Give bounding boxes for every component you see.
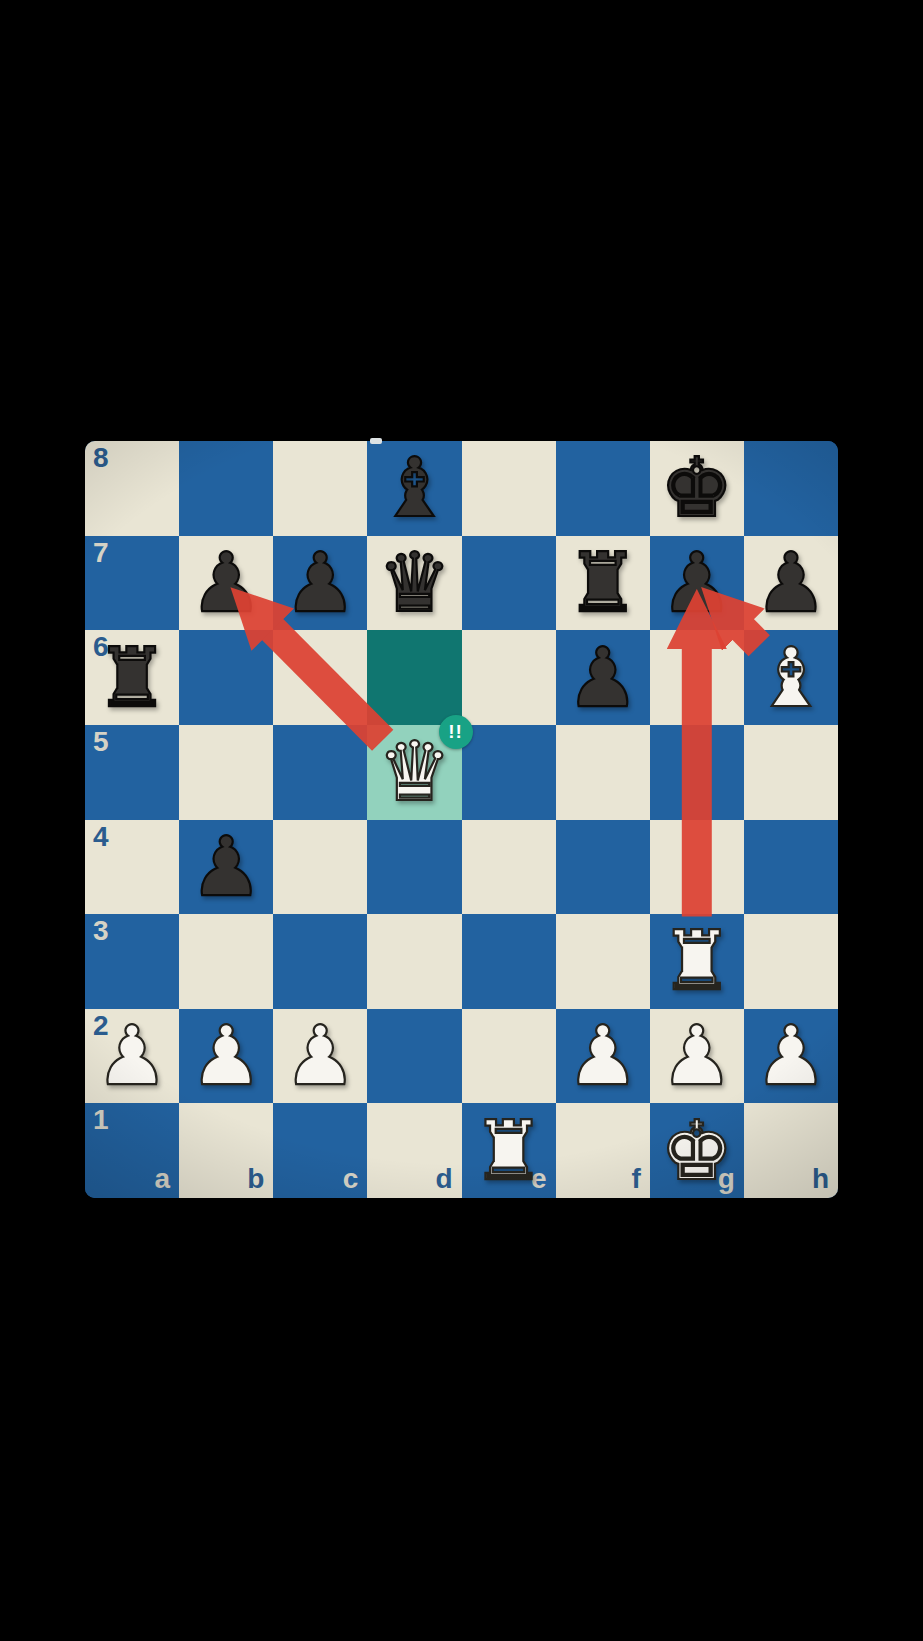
square-c4[interactable] xyxy=(273,820,367,915)
square-h5[interactable] xyxy=(744,725,838,820)
square-g6[interactable] xyxy=(650,630,744,725)
white-rook[interactable]: ♜ xyxy=(650,914,744,1009)
white-pawn[interactable]: ♟ xyxy=(273,1009,367,1104)
board-grid: 8♝♚7♟♟♛♜♟♟6♜♟♝5♛4♟3♜2♟♟♟♟♟♟1abcde♜fg♚h xyxy=(85,441,838,1198)
square-e1[interactable]: e♜ xyxy=(462,1103,556,1198)
app-background: 8♝♚7♟♟♛♜♟♟6♜♟♝5♛4♟3♜2♟♟♟♟♟♟1abcde♜fg♚h !… xyxy=(0,0,923,1641)
black-pawn[interactable]: ♟ xyxy=(179,820,273,915)
square-c1[interactable]: c xyxy=(273,1103,367,1198)
white-pawn[interactable]: ♟ xyxy=(650,1009,744,1104)
square-a1[interactable]: 1a xyxy=(85,1103,179,1198)
cropped-ui-fragment xyxy=(370,438,382,444)
square-b6[interactable] xyxy=(179,630,273,725)
file-label-h: h xyxy=(812,1165,829,1193)
square-b5[interactable] xyxy=(179,725,273,820)
square-h2[interactable]: ♟ xyxy=(744,1009,838,1104)
white-king[interactable]: ♚ xyxy=(650,1103,744,1198)
square-g8[interactable]: ♚ xyxy=(650,441,744,536)
white-rook[interactable]: ♜ xyxy=(462,1103,556,1198)
white-bishop[interactable]: ♝ xyxy=(744,630,838,725)
square-c7[interactable]: ♟ xyxy=(273,536,367,631)
square-f2[interactable]: ♟ xyxy=(556,1009,650,1104)
black-king[interactable]: ♚ xyxy=(650,441,744,536)
square-b8[interactable] xyxy=(179,441,273,536)
square-h3[interactable] xyxy=(744,914,838,1009)
square-b4[interactable]: ♟ xyxy=(179,820,273,915)
square-a2[interactable]: 2♟ xyxy=(85,1009,179,1104)
square-d2[interactable] xyxy=(367,1009,461,1104)
square-f3[interactable] xyxy=(556,914,650,1009)
chess-board[interactable]: 8♝♚7♟♟♛♜♟♟6♜♟♝5♛4♟3♜2♟♟♟♟♟♟1abcde♜fg♚h !… xyxy=(85,441,838,1198)
square-f6[interactable]: ♟ xyxy=(556,630,650,725)
square-e6[interactable] xyxy=(462,630,556,725)
square-c5[interactable] xyxy=(273,725,367,820)
square-d7[interactable]: ♛ xyxy=(367,536,461,631)
square-e4[interactable] xyxy=(462,820,556,915)
file-label-b: b xyxy=(247,1165,264,1193)
square-h8[interactable] xyxy=(744,441,838,536)
square-b7[interactable]: ♟ xyxy=(179,536,273,631)
file-label-c: c xyxy=(343,1165,359,1193)
square-f5[interactable] xyxy=(556,725,650,820)
black-pawn[interactable]: ♟ xyxy=(273,536,367,631)
black-queen[interactable]: ♛ xyxy=(367,536,461,631)
square-f1[interactable]: f xyxy=(556,1103,650,1198)
square-d6[interactable] xyxy=(367,630,461,725)
square-e8[interactable] xyxy=(462,441,556,536)
square-a6[interactable]: 6♜ xyxy=(85,630,179,725)
square-g4[interactable] xyxy=(650,820,744,915)
rank-label-1: 1 xyxy=(93,1106,109,1134)
square-g3[interactable]: ♜ xyxy=(650,914,744,1009)
rank-label-8: 8 xyxy=(93,444,109,472)
square-h6[interactable]: ♝ xyxy=(744,630,838,725)
square-h4[interactable] xyxy=(744,820,838,915)
file-label-d: d xyxy=(435,1165,452,1193)
brilliant-move-badge: !! xyxy=(439,715,473,749)
square-a4[interactable]: 4 xyxy=(85,820,179,915)
square-e5[interactable] xyxy=(462,725,556,820)
square-c2[interactable]: ♟ xyxy=(273,1009,367,1104)
square-d4[interactable] xyxy=(367,820,461,915)
square-a5[interactable]: 5 xyxy=(85,725,179,820)
square-c3[interactable] xyxy=(273,914,367,1009)
white-pawn[interactable]: ♟ xyxy=(85,1009,179,1104)
black-pawn[interactable]: ♟ xyxy=(744,536,838,631)
badge-text: !! xyxy=(448,722,463,741)
black-bishop[interactable]: ♝ xyxy=(367,441,461,536)
white-pawn[interactable]: ♟ xyxy=(744,1009,838,1104)
square-c8[interactable] xyxy=(273,441,367,536)
file-label-f: f xyxy=(631,1165,640,1193)
rank-label-4: 4 xyxy=(93,823,109,851)
black-pawn[interactable]: ♟ xyxy=(179,536,273,631)
rank-label-7: 7 xyxy=(93,539,109,567)
square-g5[interactable] xyxy=(650,725,744,820)
rank-label-3: 3 xyxy=(93,917,109,945)
square-f8[interactable] xyxy=(556,441,650,536)
square-g1[interactable]: g♚ xyxy=(650,1103,744,1198)
square-e7[interactable] xyxy=(462,536,556,631)
square-a7[interactable]: 7 xyxy=(85,536,179,631)
black-pawn[interactable]: ♟ xyxy=(650,536,744,631)
square-b1[interactable]: b xyxy=(179,1103,273,1198)
square-f7[interactable]: ♜ xyxy=(556,536,650,631)
square-g2[interactable]: ♟ xyxy=(650,1009,744,1104)
square-b2[interactable]: ♟ xyxy=(179,1009,273,1104)
square-a8[interactable]: 8 xyxy=(85,441,179,536)
square-b3[interactable] xyxy=(179,914,273,1009)
square-e3[interactable] xyxy=(462,914,556,1009)
black-rook[interactable]: ♜ xyxy=(85,630,179,725)
square-d8[interactable]: ♝ xyxy=(367,441,461,536)
square-c6[interactable] xyxy=(273,630,367,725)
square-a3[interactable]: 3 xyxy=(85,914,179,1009)
square-d1[interactable]: d xyxy=(367,1103,461,1198)
white-pawn[interactable]: ♟ xyxy=(179,1009,273,1104)
square-d3[interactable] xyxy=(367,914,461,1009)
square-g7[interactable]: ♟ xyxy=(650,536,744,631)
square-f4[interactable] xyxy=(556,820,650,915)
white-pawn[interactable]: ♟ xyxy=(556,1009,650,1104)
square-h7[interactable]: ♟ xyxy=(744,536,838,631)
black-pawn[interactable]: ♟ xyxy=(556,630,650,725)
rank-label-5: 5 xyxy=(93,728,109,756)
black-rook[interactable]: ♜ xyxy=(556,536,650,631)
square-e2[interactable] xyxy=(462,1009,556,1104)
file-label-a: a xyxy=(155,1165,171,1193)
square-h1[interactable]: h xyxy=(744,1103,838,1198)
